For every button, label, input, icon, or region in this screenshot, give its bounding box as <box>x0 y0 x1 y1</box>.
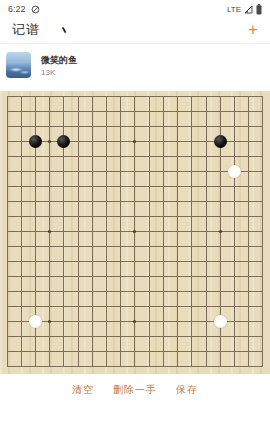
board-intersection[interactable] <box>71 224 85 239</box>
board-intersection[interactable] <box>114 224 128 239</box>
board-intersection[interactable] <box>199 284 213 299</box>
board-intersection[interactable] <box>99 164 113 179</box>
board-intersection[interactable] <box>171 254 185 269</box>
board-intersection[interactable] <box>71 119 85 134</box>
board-intersection[interactable] <box>128 91 142 104</box>
board-intersection[interactable] <box>156 149 170 164</box>
board-intersection[interactable] <box>213 329 227 344</box>
board-intersection[interactable] <box>171 134 185 149</box>
board-intersection[interactable] <box>156 344 170 359</box>
board-intersection[interactable] <box>213 359 227 374</box>
board-intersection[interactable] <box>0 224 14 239</box>
board-intersection[interactable] <box>156 104 170 119</box>
board-intersection[interactable] <box>142 194 156 209</box>
board-intersection[interactable] <box>171 179 185 194</box>
board-intersection[interactable] <box>199 104 213 119</box>
board-intersection[interactable] <box>28 254 42 269</box>
board-intersection[interactable] <box>28 269 42 284</box>
board-intersection[interactable] <box>227 269 241 284</box>
board-intersection[interactable] <box>71 269 85 284</box>
board-intersection[interactable] <box>99 254 113 269</box>
board-intersection[interactable] <box>43 329 57 344</box>
board-intersection[interactable] <box>43 254 57 269</box>
board-intersection[interactable] <box>128 299 142 314</box>
board-intersection[interactable] <box>185 91 199 104</box>
board-intersection[interactable] <box>0 164 14 179</box>
board-intersection[interactable] <box>128 359 142 374</box>
board-intersection[interactable] <box>99 91 113 104</box>
board-intersection[interactable] <box>14 164 28 179</box>
board-intersection[interactable] <box>28 224 42 239</box>
board-intersection[interactable] <box>227 194 241 209</box>
board-intersection[interactable] <box>85 269 99 284</box>
board-intersection[interactable] <box>99 269 113 284</box>
board-intersection[interactable] <box>28 314 42 329</box>
board-intersection[interactable] <box>213 344 227 359</box>
board-intersection[interactable] <box>185 104 199 119</box>
board-intersection[interactable] <box>256 119 270 134</box>
board-intersection[interactable] <box>128 119 142 134</box>
board-intersection[interactable] <box>85 314 99 329</box>
board-intersection[interactable] <box>128 164 142 179</box>
board-intersection[interactable] <box>57 299 71 314</box>
board-intersection[interactable] <box>0 299 14 314</box>
board-intersection[interactable] <box>114 284 128 299</box>
board-intersection[interactable] <box>14 359 28 374</box>
board-intersection[interactable] <box>99 329 113 344</box>
board-intersection[interactable] <box>114 359 128 374</box>
board-intersection[interactable] <box>71 284 85 299</box>
board-intersection[interactable] <box>256 164 270 179</box>
board-intersection[interactable] <box>171 284 185 299</box>
board-intersection[interactable] <box>57 134 71 149</box>
board-intersection[interactable] <box>227 224 241 239</box>
board-intersection[interactable] <box>242 209 256 224</box>
board-intersection[interactable] <box>142 284 156 299</box>
board-intersection[interactable] <box>128 344 142 359</box>
board-intersection[interactable] <box>142 149 156 164</box>
board-intersection[interactable] <box>171 299 185 314</box>
board-intersection[interactable] <box>156 254 170 269</box>
board-intersection[interactable] <box>114 314 128 329</box>
board-intersection[interactable] <box>242 134 256 149</box>
board-intersection[interactable] <box>227 209 241 224</box>
board-intersection[interactable] <box>142 224 156 239</box>
board-intersection[interactable] <box>0 284 14 299</box>
board-intersection[interactable] <box>185 149 199 164</box>
board-intersection[interactable] <box>156 179 170 194</box>
board-intersection[interactable] <box>227 359 241 374</box>
board-intersection[interactable] <box>128 329 142 344</box>
avatar[interactable] <box>6 52 31 78</box>
board-intersection[interactable] <box>213 149 227 164</box>
board-intersection[interactable] <box>0 194 14 209</box>
board-intersection[interactable] <box>242 329 256 344</box>
board-intersection[interactable] <box>227 179 241 194</box>
board-intersection[interactable] <box>85 149 99 164</box>
board-intersection[interactable] <box>0 239 14 254</box>
board-intersection[interactable] <box>156 329 170 344</box>
board-intersection[interactable] <box>71 254 85 269</box>
board-intersection[interactable] <box>114 254 128 269</box>
board-intersection[interactable] <box>14 104 28 119</box>
board-intersection[interactable] <box>213 119 227 134</box>
board-intersection[interactable] <box>242 104 256 119</box>
board-intersection[interactable] <box>114 194 128 209</box>
board-intersection[interactable] <box>71 314 85 329</box>
board-intersection[interactable] <box>213 314 227 329</box>
board-intersection[interactable] <box>185 284 199 299</box>
board-intersection[interactable] <box>14 119 28 134</box>
board-intersection[interactable] <box>85 344 99 359</box>
board-intersection[interactable] <box>256 224 270 239</box>
board-intersection[interactable] <box>28 179 42 194</box>
board-intersection[interactable] <box>213 164 227 179</box>
board-intersection[interactable] <box>57 104 71 119</box>
board-intersection[interactable] <box>213 254 227 269</box>
board-intersection[interactable] <box>227 344 241 359</box>
board-intersection[interactable] <box>156 209 170 224</box>
board-intersection[interactable] <box>43 164 57 179</box>
board-intersection[interactable] <box>199 134 213 149</box>
board-intersection[interactable] <box>142 344 156 359</box>
board-intersection[interactable] <box>14 149 28 164</box>
board-intersection[interactable] <box>85 329 99 344</box>
board-intersection[interactable] <box>128 194 142 209</box>
board-intersection[interactable] <box>213 134 227 149</box>
board-intersection[interactable] <box>171 344 185 359</box>
board-intersection[interactable] <box>185 239 199 254</box>
board-intersection[interactable] <box>199 239 213 254</box>
board-intersection[interactable] <box>57 269 71 284</box>
board-intersection[interactable] <box>114 269 128 284</box>
board-intersection[interactable] <box>227 91 241 104</box>
board-intersection[interactable] <box>0 269 14 284</box>
board-intersection[interactable] <box>171 119 185 134</box>
board-intersection[interactable] <box>14 314 28 329</box>
board-intersection[interactable] <box>185 164 199 179</box>
board-intersection[interactable] <box>0 104 14 119</box>
board-intersection[interactable] <box>14 329 28 344</box>
board-intersection[interactable] <box>28 209 42 224</box>
board-intersection[interactable] <box>14 269 28 284</box>
board-intersection[interactable] <box>256 149 270 164</box>
board-intersection[interactable] <box>171 224 185 239</box>
board-intersection[interactable] <box>256 254 270 269</box>
board-intersection[interactable] <box>199 149 213 164</box>
board-intersection[interactable] <box>156 284 170 299</box>
board-intersection[interactable] <box>57 344 71 359</box>
board-intersection[interactable] <box>242 91 256 104</box>
board-intersection[interactable] <box>199 359 213 374</box>
board-intersection[interactable] <box>256 329 270 344</box>
board-intersection[interactable] <box>199 179 213 194</box>
add-button[interactable]: + <box>248 21 258 38</box>
board-intersection[interactable] <box>71 359 85 374</box>
board-intersection[interactable] <box>71 194 85 209</box>
save-button[interactable]: 保存 <box>176 383 198 397</box>
board-intersection[interactable] <box>256 314 270 329</box>
board-intersection[interactable] <box>57 164 71 179</box>
board-intersection[interactable] <box>185 314 199 329</box>
board-intersection[interactable] <box>14 299 28 314</box>
board-intersection[interactable] <box>256 104 270 119</box>
board-intersection[interactable] <box>57 209 71 224</box>
board-intersection[interactable] <box>85 359 99 374</box>
board-intersection[interactable] <box>242 179 256 194</box>
board-intersection[interactable] <box>14 179 28 194</box>
board-intersection[interactable] <box>85 209 99 224</box>
board-intersection[interactable] <box>114 179 128 194</box>
board-intersection[interactable] <box>242 224 256 239</box>
board-intersection[interactable] <box>142 119 156 134</box>
board-intersection[interactable] <box>14 91 28 104</box>
board-intersection[interactable] <box>99 224 113 239</box>
board-intersection[interactable] <box>171 194 185 209</box>
board-intersection[interactable] <box>0 91 14 104</box>
board-intersection[interactable] <box>171 269 185 284</box>
board-intersection[interactable] <box>227 329 241 344</box>
board-intersection[interactable] <box>28 344 42 359</box>
board-intersection[interactable] <box>227 134 241 149</box>
board-intersection[interactable] <box>242 269 256 284</box>
board-intersection[interactable] <box>14 254 28 269</box>
board-intersection[interactable] <box>71 91 85 104</box>
board-intersection[interactable] <box>99 134 113 149</box>
board-intersection[interactable] <box>28 134 42 149</box>
board-intersection[interactable] <box>85 164 99 179</box>
board-intersection[interactable] <box>43 134 57 149</box>
board-intersection[interactable] <box>142 254 156 269</box>
board-intersection[interactable] <box>99 119 113 134</box>
board-intersection[interactable] <box>128 209 142 224</box>
board-intersection[interactable] <box>57 284 71 299</box>
board-intersection[interactable] <box>128 179 142 194</box>
board-intersection[interactable] <box>213 91 227 104</box>
board-intersection[interactable] <box>57 119 71 134</box>
board-intersection[interactable] <box>71 299 85 314</box>
board-intersection[interactable] <box>256 344 270 359</box>
board-intersection[interactable] <box>0 359 14 374</box>
board-intersection[interactable] <box>185 359 199 374</box>
board-intersection[interactable] <box>256 299 270 314</box>
board-intersection[interactable] <box>57 91 71 104</box>
board-intersection[interactable] <box>256 134 270 149</box>
board-intersection[interactable] <box>0 329 14 344</box>
board-intersection[interactable] <box>0 209 14 224</box>
board-intersection[interactable] <box>199 119 213 134</box>
board-intersection[interactable] <box>99 299 113 314</box>
board-intersection[interactable] <box>142 269 156 284</box>
board-intersection[interactable] <box>28 149 42 164</box>
board-intersection[interactable] <box>213 284 227 299</box>
board-intersection[interactable] <box>213 179 227 194</box>
board-intersection[interactable] <box>114 299 128 314</box>
board-intersection[interactable] <box>114 134 128 149</box>
board-intersection[interactable] <box>242 254 256 269</box>
board-intersection[interactable] <box>213 269 227 284</box>
board-intersection[interactable] <box>43 194 57 209</box>
board-intersection[interactable] <box>227 164 241 179</box>
board-intersection[interactable] <box>185 269 199 284</box>
board-intersection[interactable] <box>156 134 170 149</box>
board-intersection[interactable] <box>71 149 85 164</box>
board-intersection[interactable] <box>85 104 99 119</box>
board-intersection[interactable] <box>185 194 199 209</box>
board-intersection[interactable] <box>28 91 42 104</box>
board-intersection[interactable] <box>85 134 99 149</box>
board-intersection[interactable] <box>0 134 14 149</box>
board-intersection[interactable] <box>28 119 42 134</box>
board-intersection[interactable] <box>156 119 170 134</box>
board-intersection[interactable] <box>85 284 99 299</box>
board-intersection[interactable] <box>114 344 128 359</box>
board-intersection[interactable] <box>142 179 156 194</box>
board-intersection[interactable] <box>242 344 256 359</box>
board-intersection[interactable] <box>128 314 142 329</box>
board-intersection[interactable] <box>199 299 213 314</box>
board-intersection[interactable] <box>185 209 199 224</box>
board-intersection[interactable] <box>0 179 14 194</box>
board-intersection[interactable] <box>28 239 42 254</box>
board-intersection[interactable] <box>28 164 42 179</box>
board-intersection[interactable] <box>242 239 256 254</box>
board-intersection[interactable] <box>43 149 57 164</box>
board-intersection[interactable] <box>171 329 185 344</box>
board-intersection[interactable] <box>185 254 199 269</box>
board-intersection[interactable] <box>128 104 142 119</box>
board-intersection[interactable] <box>99 179 113 194</box>
board-intersection[interactable] <box>114 164 128 179</box>
board-intersection[interactable] <box>227 239 241 254</box>
board-intersection[interactable] <box>142 359 156 374</box>
board-intersection[interactable] <box>156 359 170 374</box>
board-intersection[interactable] <box>227 104 241 119</box>
board-intersection[interactable] <box>242 359 256 374</box>
board-intersection[interactable] <box>128 224 142 239</box>
board-intersection[interactable] <box>128 149 142 164</box>
board-intersection[interactable] <box>142 91 156 104</box>
board-intersection[interactable] <box>85 194 99 209</box>
board-intersection[interactable] <box>142 314 156 329</box>
board-intersection[interactable] <box>185 134 199 149</box>
board-intersection[interactable] <box>227 149 241 164</box>
board-intersection[interactable] <box>199 269 213 284</box>
board-intersection[interactable] <box>114 209 128 224</box>
board-intersection[interactable] <box>43 91 57 104</box>
board-intersection[interactable] <box>99 239 113 254</box>
board-intersection[interactable] <box>43 209 57 224</box>
board-intersection[interactable] <box>99 104 113 119</box>
board-intersection[interactable] <box>85 119 99 134</box>
board-intersection[interactable] <box>28 284 42 299</box>
board-intersection[interactable] <box>57 179 71 194</box>
board-intersection[interactable] <box>213 209 227 224</box>
board-intersection[interactable] <box>43 359 57 374</box>
board-intersection[interactable] <box>256 269 270 284</box>
board-intersection[interactable] <box>43 104 57 119</box>
delete-one-move-button[interactable]: 删除一手 <box>113 383 157 397</box>
board-intersection[interactable] <box>85 224 99 239</box>
board-intersection[interactable] <box>199 164 213 179</box>
board-intersection[interactable] <box>0 344 14 359</box>
board-intersection[interactable] <box>43 299 57 314</box>
board-intersection[interactable] <box>213 299 227 314</box>
board-intersection[interactable] <box>142 134 156 149</box>
player-profile-row[interactable]: 微笑的鱼 13K <box>6 51 264 79</box>
board-intersection[interactable] <box>43 344 57 359</box>
board-intersection[interactable] <box>156 269 170 284</box>
board-intersection[interactable] <box>0 254 14 269</box>
board-intersection[interactable] <box>242 314 256 329</box>
board-intersection[interactable] <box>256 194 270 209</box>
board-intersection[interactable] <box>71 134 85 149</box>
board-intersection[interactable] <box>185 224 199 239</box>
board-intersection[interactable] <box>256 91 270 104</box>
board-intersection[interactable] <box>142 239 156 254</box>
board-intersection[interactable] <box>57 359 71 374</box>
board-intersection[interactable] <box>71 209 85 224</box>
board-intersection[interactable] <box>171 239 185 254</box>
board-intersection[interactable] <box>256 239 270 254</box>
board-intersection[interactable] <box>256 284 270 299</box>
board-intersection[interactable] <box>43 224 57 239</box>
board-intersection[interactable] <box>256 359 270 374</box>
board-intersection[interactable] <box>71 344 85 359</box>
board-intersection[interactable] <box>99 209 113 224</box>
board-intersection[interactable] <box>242 149 256 164</box>
board-intersection[interactable] <box>85 239 99 254</box>
board-intersection[interactable] <box>128 134 142 149</box>
board-intersection[interactable] <box>213 104 227 119</box>
board-intersection[interactable] <box>14 194 28 209</box>
board-intersection[interactable] <box>43 179 57 194</box>
board-intersection[interactable] <box>227 299 241 314</box>
board-intersection[interactable] <box>171 359 185 374</box>
board-intersection[interactable] <box>14 284 28 299</box>
board-intersection[interactable] <box>14 344 28 359</box>
board-intersection[interactable] <box>242 119 256 134</box>
board-intersection[interactable] <box>99 284 113 299</box>
board-intersection[interactable] <box>142 164 156 179</box>
board-intersection[interactable] <box>85 179 99 194</box>
board-intersection[interactable] <box>57 329 71 344</box>
board-intersection[interactable] <box>0 314 14 329</box>
board-intersection[interactable] <box>43 284 57 299</box>
board-intersection[interactable] <box>57 224 71 239</box>
board-intersection[interactable] <box>199 254 213 269</box>
board-intersection[interactable] <box>114 149 128 164</box>
board-intersection[interactable] <box>128 284 142 299</box>
board-intersection[interactable] <box>14 134 28 149</box>
board-intersection[interactable] <box>199 194 213 209</box>
board-intersection[interactable] <box>14 209 28 224</box>
board-intersection[interactable] <box>156 239 170 254</box>
board-intersection[interactable] <box>114 119 128 134</box>
board-intersection[interactable] <box>114 91 128 104</box>
board-intersection[interactable] <box>128 269 142 284</box>
board-intersection[interactable] <box>242 194 256 209</box>
board-intersection[interactable] <box>142 209 156 224</box>
board-intersection[interactable] <box>14 239 28 254</box>
board-intersection[interactable] <box>242 164 256 179</box>
board-intersection[interactable] <box>171 314 185 329</box>
board-intersection[interactable] <box>0 149 14 164</box>
board-intersection[interactable] <box>43 119 57 134</box>
board-intersection[interactable] <box>156 194 170 209</box>
board-intersection[interactable] <box>156 299 170 314</box>
board-intersection[interactable] <box>99 149 113 164</box>
